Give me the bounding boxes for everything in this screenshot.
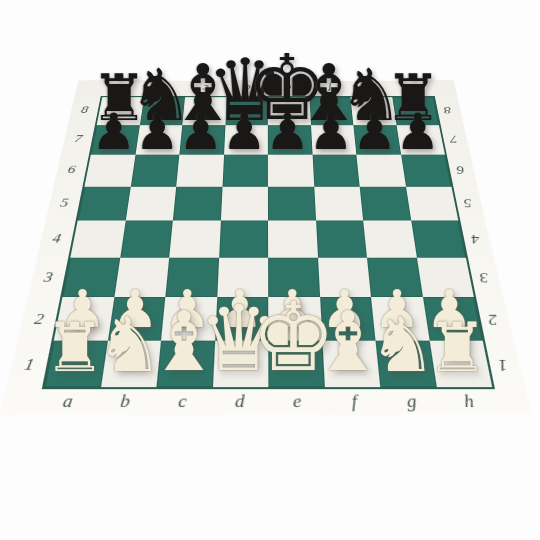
square-d7 — [224, 125, 268, 155]
square-f4 — [316, 220, 367, 257]
file-label-d: d — [210, 387, 268, 416]
square-g2 — [371, 297, 429, 340]
square-e7 — [268, 125, 312, 155]
square-e4 — [268, 220, 318, 257]
perspective-scene: 87654321 87654321 abcdefgh abcdefgh — [0, 0, 540, 540]
file-label-f: f — [325, 387, 385, 416]
file-label-a: a — [101, 81, 145, 95]
file-labels-top: abcdefgh — [101, 81, 435, 95]
rank-label-8: 8 — [70, 96, 99, 124]
square-d1 — [212, 340, 268, 387]
square-e1 — [268, 340, 324, 387]
square-b1 — [100, 340, 161, 387]
square-e3 — [268, 257, 320, 297]
file-label-g: g — [350, 81, 393, 95]
file-label-a: a — [36, 387, 98, 416]
square-a1 — [45, 340, 108, 387]
square-a8 — [97, 97, 144, 125]
square-c7 — [179, 125, 225, 155]
square-g8 — [350, 97, 396, 125]
square-b8 — [139, 97, 184, 125]
square-b2 — [107, 297, 165, 340]
file-label-f: f — [309, 81, 351, 95]
square-d6 — [222, 155, 268, 187]
file-label-e: e — [268, 81, 310, 95]
square-g7 — [353, 125, 400, 155]
square-a6 — [85, 155, 136, 187]
square-h2 — [422, 297, 482, 340]
square-b4 — [120, 220, 173, 257]
square-d5 — [220, 186, 268, 220]
rank-label-7: 7 — [63, 124, 93, 154]
vinyl-chess-mat: 87654321 87654321 abcdefgh abcdefgh — [0, 80, 532, 417]
square-h4 — [411, 220, 466, 257]
square-f1 — [322, 340, 380, 387]
square-f7 — [311, 125, 357, 155]
rank-label-8: 8 — [433, 96, 462, 124]
square-c4 — [169, 220, 220, 257]
square-c6 — [176, 155, 223, 187]
square-f3 — [318, 257, 372, 297]
square-f6 — [312, 155, 360, 187]
square-e5 — [268, 186, 316, 220]
square-e6 — [268, 155, 314, 187]
square-g3 — [367, 257, 423, 297]
square-b7 — [135, 125, 182, 155]
square-g1 — [375, 340, 436, 387]
square-c3 — [165, 257, 218, 297]
file-label-h: h — [438, 387, 500, 416]
square-d2 — [215, 297, 269, 340]
square-g4 — [363, 220, 416, 257]
square-h1 — [429, 340, 492, 387]
file-label-h: h — [391, 81, 435, 95]
file-label-d: d — [226, 81, 268, 95]
square-h8 — [392, 97, 439, 125]
square-e2 — [268, 297, 322, 340]
square-f5 — [314, 186, 363, 220]
square-g6 — [356, 155, 405, 187]
chess-set-photo: 87654321 87654321 abcdefgh abcdefgh ♜♞♝♛… — [0, 0, 540, 540]
square-h7 — [396, 125, 445, 155]
square-a4 — [70, 220, 125, 257]
square-c5 — [173, 186, 222, 220]
file-label-g: g — [381, 387, 442, 416]
square-c8 — [182, 97, 226, 125]
square-a3 — [62, 257, 119, 297]
square-b3 — [114, 257, 169, 297]
chess-board — [42, 96, 495, 389]
square-a5 — [78, 186, 131, 220]
square-h6 — [401, 155, 452, 187]
square-b5 — [125, 186, 176, 220]
file-label-e: e — [268, 387, 326, 416]
square-d4 — [219, 220, 268, 257]
square-f8 — [309, 97, 353, 125]
square-h5 — [406, 186, 459, 220]
square-b6 — [130, 155, 179, 187]
square-c1 — [156, 340, 214, 387]
square-g5 — [360, 186, 411, 220]
square-f2 — [320, 297, 376, 340]
square-d8 — [225, 97, 268, 125]
square-a7 — [91, 125, 140, 155]
rank-label-7: 7 — [439, 124, 469, 154]
file-label-c: c — [152, 387, 211, 416]
square-c2 — [161, 297, 217, 340]
file-label-b: b — [143, 81, 186, 95]
square-a2 — [54, 297, 114, 340]
rank-label-6: 6 — [445, 154, 477, 186]
square-d3 — [217, 257, 268, 297]
file-label-c: c — [184, 81, 226, 95]
square-e8 — [268, 97, 311, 125]
file-labels-bottom: abcdefgh — [36, 387, 500, 416]
file-label-b: b — [94, 387, 155, 416]
square-h3 — [416, 257, 474, 297]
